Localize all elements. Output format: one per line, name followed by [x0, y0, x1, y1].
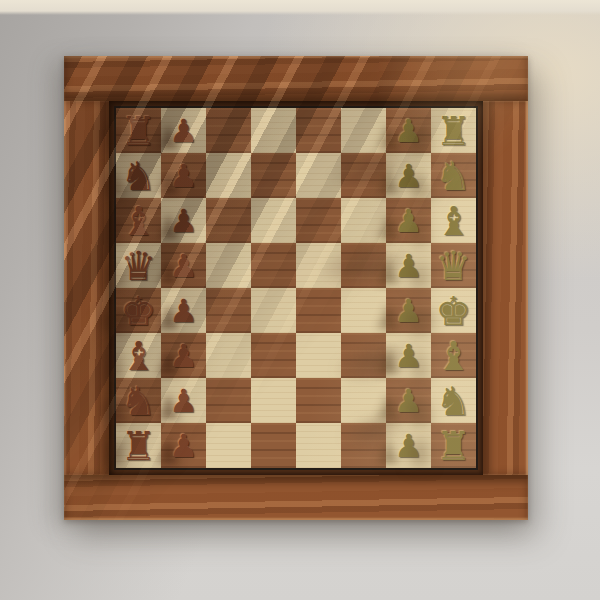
- piece-wP[interactable]: ♟: [161, 378, 206, 423]
- piece-bR[interactable]: ♜: [431, 423, 476, 468]
- square-d1[interactable]: ♛: [116, 243, 161, 288]
- square-g4[interactable]: [251, 378, 296, 423]
- board-frame-top: [64, 56, 528, 101]
- square-d6[interactable]: [341, 243, 386, 288]
- square-b2[interactable]: ♟: [161, 153, 206, 198]
- square-b3[interactable]: [206, 153, 251, 198]
- square-h1[interactable]: ♜: [116, 423, 161, 468]
- square-e4[interactable]: [251, 288, 296, 333]
- board-frame-bottom: [64, 475, 528, 520]
- piece-wP[interactable]: ♟: [161, 108, 206, 153]
- piece-bP[interactable]: ♟: [386, 198, 431, 243]
- square-c2[interactable]: ♟: [161, 198, 206, 243]
- square-g3[interactable]: [206, 378, 251, 423]
- piece-wP[interactable]: ♟: [161, 243, 206, 288]
- board-frame-left: [64, 101, 109, 475]
- square-c4[interactable]: [251, 198, 296, 243]
- square-b1[interactable]: ♞: [116, 153, 161, 198]
- square-d5[interactable]: [296, 243, 341, 288]
- piece-bB[interactable]: ♝: [431, 333, 476, 378]
- piece-wP[interactable]: ♟: [161, 423, 206, 468]
- square-d3[interactable]: [206, 243, 251, 288]
- piece-wB[interactable]: ♝: [116, 198, 161, 243]
- square-f4[interactable]: [251, 333, 296, 378]
- square-a8[interactable]: ♜: [431, 108, 476, 153]
- piece-wQ[interactable]: ♛: [116, 243, 161, 288]
- square-g8[interactable]: ♞: [431, 378, 476, 423]
- piece-wB[interactable]: ♝: [116, 333, 161, 378]
- square-d7[interactable]: ♟: [386, 243, 431, 288]
- square-h6[interactable]: [341, 423, 386, 468]
- square-c3[interactable]: [206, 198, 251, 243]
- square-f8[interactable]: ♝: [431, 333, 476, 378]
- square-f7[interactable]: ♟: [386, 333, 431, 378]
- square-d4[interactable]: [251, 243, 296, 288]
- piece-wP[interactable]: ♟: [161, 198, 206, 243]
- square-a2[interactable]: ♟: [161, 108, 206, 153]
- playing-area: ♜♟♟♜♞♟♟♞♝♟♟♝♛♟♟♛♚♟♟♚♝♟♟♝♞♟♟♞♜♟♟♜: [114, 106, 478, 470]
- square-f2[interactable]: ♟: [161, 333, 206, 378]
- square-a3[interactable]: [206, 108, 251, 153]
- square-c7[interactable]: ♟: [386, 198, 431, 243]
- piece-wK[interactable]: ♚: [116, 288, 161, 333]
- square-a5[interactable]: [296, 108, 341, 153]
- square-f5[interactable]: [296, 333, 341, 378]
- piece-bP[interactable]: ♟: [386, 378, 431, 423]
- square-a4[interactable]: [251, 108, 296, 153]
- square-e7[interactable]: ♟: [386, 288, 431, 333]
- square-e8[interactable]: ♚: [431, 288, 476, 333]
- piece-bR[interactable]: ♜: [431, 108, 476, 153]
- square-b4[interactable]: [251, 153, 296, 198]
- square-f6[interactable]: [341, 333, 386, 378]
- square-a7[interactable]: ♟: [386, 108, 431, 153]
- square-d8[interactable]: ♛: [431, 243, 476, 288]
- square-e1[interactable]: ♚: [116, 288, 161, 333]
- piece-wP[interactable]: ♟: [161, 288, 206, 333]
- piece-wP[interactable]: ♟: [161, 153, 206, 198]
- square-h7[interactable]: ♟: [386, 423, 431, 468]
- piece-bP[interactable]: ♟: [386, 333, 431, 378]
- square-g7[interactable]: ♟: [386, 378, 431, 423]
- square-h8[interactable]: ♜: [431, 423, 476, 468]
- square-b8[interactable]: ♞: [431, 153, 476, 198]
- square-f1[interactable]: ♝: [116, 333, 161, 378]
- piece-bN[interactable]: ♞: [431, 378, 476, 423]
- square-b7[interactable]: ♟: [386, 153, 431, 198]
- square-h5[interactable]: [296, 423, 341, 468]
- piece-bP[interactable]: ♟: [386, 423, 431, 468]
- square-c1[interactable]: ♝: [116, 198, 161, 243]
- piece-bP[interactable]: ♟: [386, 288, 431, 333]
- square-a1[interactable]: ♜: [116, 108, 161, 153]
- square-c8[interactable]: ♝: [431, 198, 476, 243]
- square-g6[interactable]: [341, 378, 386, 423]
- square-f3[interactable]: [206, 333, 251, 378]
- piece-wN[interactable]: ♞: [116, 378, 161, 423]
- table-surface: { "game": "chess", "position": { "fen": …: [0, 0, 600, 600]
- square-e3[interactable]: [206, 288, 251, 333]
- board-frame-right: [483, 101, 528, 475]
- square-e5[interactable]: [296, 288, 341, 333]
- piece-bP[interactable]: ♟: [386, 108, 431, 153]
- piece-bN[interactable]: ♞: [431, 153, 476, 198]
- piece-bQ[interactable]: ♛: [431, 243, 476, 288]
- piece-wN[interactable]: ♞: [116, 153, 161, 198]
- piece-wR[interactable]: ♜: [116, 423, 161, 468]
- square-a6[interactable]: [341, 108, 386, 153]
- piece-bK[interactable]: ♚: [431, 288, 476, 333]
- square-c5[interactable]: [296, 198, 341, 243]
- square-e6[interactable]: [341, 288, 386, 333]
- square-g2[interactable]: ♟: [161, 378, 206, 423]
- square-b6[interactable]: [341, 153, 386, 198]
- square-h3[interactable]: [206, 423, 251, 468]
- piece-bP[interactable]: ♟: [386, 243, 431, 288]
- square-c6[interactable]: [341, 198, 386, 243]
- piece-bP[interactable]: ♟: [386, 153, 431, 198]
- square-g1[interactable]: ♞: [116, 378, 161, 423]
- board-well: ♜♟♟♜♞♟♟♞♝♟♟♝♛♟♟♛♚♟♟♚♝♟♟♝♞♟♟♞♜♟♟♜: [109, 101, 483, 475]
- chess-board: ♜♟♟♜♞♟♟♞♝♟♟♝♛♟♟♛♚♟♟♚♝♟♟♝♞♟♟♞♜♟♟♜: [64, 56, 528, 520]
- square-h2[interactable]: ♟: [161, 423, 206, 468]
- square-e2[interactable]: ♟: [161, 288, 206, 333]
- square-b5[interactable]: [296, 153, 341, 198]
- piece-wR[interactable]: ♜: [116, 108, 161, 153]
- piece-wP[interactable]: ♟: [161, 333, 206, 378]
- square-h4[interactable]: [251, 423, 296, 468]
- square-g5[interactable]: [296, 378, 341, 423]
- square-d2[interactable]: ♟: [161, 243, 206, 288]
- piece-bB[interactable]: ♝: [431, 198, 476, 243]
